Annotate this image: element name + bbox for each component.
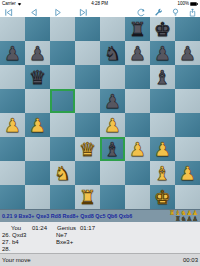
square-f3[interactable]: ♟ <box>125 137 150 161</box>
square-g6[interactable]: ♝ <box>150 65 175 89</box>
piece-black-bishop[interactable]: ♝ <box>104 137 121 161</box>
move-number: 27. <box>2 239 12 245</box>
square-e6[interactable] <box>100 65 125 89</box>
chess-board: ♜♚♟♟♞♟♟♟♛♝♟♟♟♟♛♝♟♟♞♝♟♜♚ <box>0 17 200 209</box>
clock-time: 4:28 PM <box>91 1 108 6</box>
battery-percent: 100% <box>177 1 189 6</box>
captured-black-pieces: ♜♞♟♟ <box>169 216 198 222</box>
analysis-bar[interactable]: 0.21 9 Bxe3+ Qxe3 Rd8 Rxd8+ Qxd8 Qc5 Qb6… <box>0 209 200 222</box>
black-move: Ne7 <box>56 232 116 238</box>
move-prompt: Your move <box>2 257 30 263</box>
move-list-panel[interactable]: You 01:24 Genius 01:17 26. Qxd3 Ne7 27. … <box>0 222 200 253</box>
square-e5[interactable]: ♟ <box>100 89 125 113</box>
square-d8[interactable] <box>75 17 100 41</box>
piece-black-pawn[interactable]: ♟ <box>4 41 21 65</box>
square-g5[interactable] <box>150 89 175 113</box>
square-c4[interactable] <box>50 113 75 137</box>
piece-black-bishop[interactable]: ♝ <box>154 65 171 89</box>
move-row: 28. <box>0 245 200 252</box>
square-d7[interactable] <box>75 41 100 65</box>
wifi-icon <box>17 2 22 6</box>
square-h5[interactable] <box>175 89 200 113</box>
piece-white-knight[interactable]: ♞ <box>54 161 71 185</box>
square-b7[interactable]: ♟ <box>25 41 50 65</box>
square-h8[interactable] <box>175 17 200 41</box>
square-f8[interactable]: ♜ <box>125 17 150 41</box>
square-f1[interactable] <box>125 185 150 209</box>
square-a4[interactable]: ♟ <box>0 113 25 137</box>
toolbar <box>0 7 200 17</box>
square-g7[interactable]: ♟ <box>150 41 175 65</box>
square-d6[interactable] <box>75 65 100 89</box>
piece-black-pawn[interactable]: ♟ <box>104 89 121 113</box>
engine-label: Genius <box>57 225 80 231</box>
piece-white-pawn[interactable]: ♟ <box>129 137 146 161</box>
white-move: b4 <box>12 239 56 245</box>
rotate-icon <box>137 8 146 17</box>
piece-black-pawn[interactable]: ♟ <box>179 41 196 65</box>
step-back-icon <box>29 8 38 17</box>
battery-icon <box>190 2 198 6</box>
piece-white-pawn[interactable]: ♟ <box>4 113 21 137</box>
square-e7[interactable]: ♞ <box>100 41 125 65</box>
step-forward-icon <box>54 8 63 17</box>
square-h6[interactable] <box>175 65 200 89</box>
square-h4[interactable] <box>175 113 200 137</box>
piece-white-king[interactable]: ♚ <box>154 185 171 209</box>
piece-white-bishop[interactable]: ♝ <box>154 161 171 185</box>
piece-white-pawn[interactable]: ♟ <box>154 137 171 161</box>
square-g1[interactable]: ♚ <box>150 185 175 209</box>
carrier-label: Carrier <box>2 1 16 6</box>
engine-clock: 01:17 <box>80 225 95 231</box>
move-row: 26. Qxd3 Ne7 <box>0 231 200 238</box>
square-d3[interactable]: ♛ <box>75 137 100 161</box>
player-clock: 01:24 <box>32 225 57 231</box>
engine-analysis-line: 0.21 9 Bxe3+ Qxe3 Rd8 Rxd8+ Qxd8 Qc5 Qb6… <box>2 213 132 219</box>
square-b6[interactable]: ♛ <box>25 65 50 89</box>
square-a8[interactable] <box>0 17 25 41</box>
piece-white-rook[interactable]: ♜ <box>79 185 96 209</box>
piece-black-queen[interactable]: ♛ <box>29 65 46 89</box>
footer-bar: Your move 00:03 <box>0 253 200 266</box>
square-c2[interactable]: ♞ <box>50 161 75 185</box>
tools-button[interactable] <box>153 7 163 17</box>
square-c3[interactable] <box>50 137 75 161</box>
square-c8[interactable] <box>50 17 75 41</box>
move-number: 28. <box>2 246 12 252</box>
lightbulb-icon <box>171 8 180 17</box>
piece-black-pawn[interactable]: ♟ <box>29 41 46 65</box>
square-h7[interactable]: ♟ <box>175 41 200 65</box>
square-f5[interactable] <box>125 89 150 113</box>
clock-row: You 01:24 Genius 01:17 <box>0 224 200 231</box>
piece-black-pawn[interactable]: ♟ <box>154 41 171 65</box>
piece-white-pawn[interactable]: ♟ <box>29 113 46 137</box>
piece-white-pawn[interactable]: ♟ <box>104 113 121 137</box>
square-a2[interactable] <box>0 161 25 185</box>
square-g8[interactable]: ♚ <box>150 17 175 41</box>
square-c1[interactable] <box>50 185 75 209</box>
status-bar: Carrier 4:28 PM 100% <box>0 0 200 7</box>
square-c7[interactable] <box>50 41 75 65</box>
piece-black-knight[interactable]: ♞ <box>104 41 121 65</box>
captured-black-pawn-icon: ♟ <box>192 215 198 223</box>
hint-button[interactable] <box>170 7 180 17</box>
square-b1[interactable] <box>25 185 50 209</box>
player-label: You <box>11 225 32 231</box>
piece-white-pawn[interactable]: ♟ <box>179 161 196 185</box>
square-e8[interactable] <box>100 17 125 41</box>
square-e2[interactable] <box>100 161 125 185</box>
skip-to-end-icon <box>79 8 88 17</box>
skip-to-start-icon <box>4 8 13 17</box>
share-button[interactable] <box>187 7 197 17</box>
square-a6[interactable] <box>0 65 25 89</box>
square-b5[interactable] <box>25 89 50 113</box>
square-a3[interactable] <box>0 137 25 161</box>
square-a5[interactable] <box>0 89 25 113</box>
piece-black-king[interactable]: ♚ <box>154 17 171 41</box>
piece-black-pawn[interactable]: ♟ <box>129 41 146 65</box>
move-number: 26. <box>2 232 12 238</box>
square-h3[interactable] <box>175 137 200 161</box>
square-b8[interactable] <box>25 17 50 41</box>
move-timer: 00:03 <box>183 257 198 263</box>
square-g2[interactable]: ♝ <box>150 161 175 185</box>
rotate-board-button[interactable] <box>136 7 146 17</box>
piece-white-queen[interactable]: ♛ <box>79 137 96 161</box>
square-f4[interactable] <box>125 113 150 137</box>
move-row: 27. b4 Bxe3+ <box>0 238 200 245</box>
skip-to-start-button[interactable] <box>3 7 13 17</box>
square-d4[interactable] <box>75 113 100 137</box>
share-icon <box>188 8 197 17</box>
square-c6[interactable] <box>50 65 75 89</box>
captured-pieces-tray: ♜♝♞♟♟ ♜♞♟♟ <box>169 210 198 223</box>
square-h2[interactable]: ♟ <box>175 161 200 185</box>
square-d2[interactable] <box>75 161 100 185</box>
square-f2[interactable] <box>125 161 150 185</box>
square-e3[interactable]: ♝ <box>100 137 125 161</box>
piece-black-rook[interactable]: ♜ <box>129 17 146 41</box>
square-f7[interactable]: ♟ <box>125 41 150 65</box>
skip-to-end-button[interactable] <box>78 7 88 17</box>
square-b3[interactable] <box>25 137 50 161</box>
step-back-button[interactable] <box>28 7 38 17</box>
square-d5[interactable] <box>75 89 100 113</box>
square-f6[interactable] <box>125 65 150 89</box>
square-b2[interactable] <box>25 161 50 185</box>
square-g3[interactable]: ♟ <box>150 137 175 161</box>
square-g4[interactable] <box>150 113 175 137</box>
square-b4[interactable]: ♟ <box>25 113 50 137</box>
square-e1[interactable] <box>100 185 125 209</box>
square-h1[interactable] <box>175 185 200 209</box>
square-c5[interactable] <box>50 89 75 113</box>
white-move: Qxd3 <box>12 232 56 238</box>
wrench-icon <box>154 8 163 17</box>
black-move: Bxe3+ <box>56 239 116 245</box>
square-d1[interactable]: ♜ <box>75 185 100 209</box>
square-e4[interactable]: ♟ <box>100 113 125 137</box>
square-a7[interactable]: ♟ <box>0 41 25 65</box>
step-forward-button[interactable] <box>53 7 63 17</box>
square-a1[interactable] <box>0 185 25 209</box>
